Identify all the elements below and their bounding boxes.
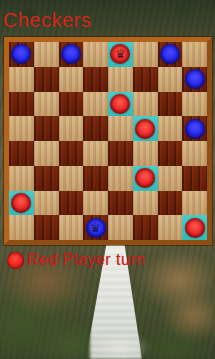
square-r0c2[interactable] [59,42,84,67]
square-r5c2[interactable] [59,166,84,191]
square-r0c3[interactable] [83,42,108,67]
square-r2c5[interactable] [133,92,158,117]
square-r6c7[interactable] [182,191,207,216]
square-r6c4[interactable] [108,191,133,216]
red-turn-icon [7,252,24,269]
square-r5c6[interactable] [158,166,183,191]
square-r2c1[interactable] [34,92,59,117]
square-r7c3[interactable]: ♛ [83,215,108,240]
square-r4c5[interactable] [133,141,158,166]
square-r4c2[interactable] [59,141,84,166]
square-r1c1[interactable] [34,67,59,92]
square-r7c4[interactable] [108,215,133,240]
waterfall-mist [80,330,160,359]
crown-icon: ♛ [115,48,126,60]
square-r3c1[interactable] [34,116,59,141]
square-r6c2[interactable] [59,191,84,216]
red-piece[interactable] [185,218,205,238]
square-r0c1[interactable] [34,42,59,67]
red-piece[interactable] [135,119,155,139]
square-r1c0[interactable] [9,67,34,92]
square-r4c7[interactable] [182,141,207,166]
square-r1c3[interactable] [83,67,108,92]
blue-piece[interactable] [185,69,205,89]
red-piece[interactable] [135,168,155,188]
square-r2c2[interactable] [59,92,84,117]
square-r1c5[interactable] [133,67,158,92]
square-r0c6[interactable] [158,42,183,67]
square-r2c3[interactable] [83,92,108,117]
square-r6c5[interactable] [133,191,158,216]
red-piece[interactable] [11,193,31,213]
square-r4c3[interactable] [83,141,108,166]
app-screen: Checkers ♛♛ Red Player turn [0,0,215,359]
square-r4c4[interactable] [108,141,133,166]
square-r5c4[interactable] [108,166,133,191]
blue-piece[interactable] [11,44,31,64]
square-r2c6[interactable] [158,92,183,117]
square-r7c6[interactable] [158,215,183,240]
square-r2c0[interactable] [9,92,34,117]
square-r0c4[interactable]: ♛ [108,42,133,67]
square-r1c6[interactable] [158,67,183,92]
square-r0c5[interactable] [133,42,158,67]
crown-icon: ♛ [90,221,101,233]
square-r7c0[interactable] [9,215,34,240]
square-r5c7[interactable] [182,166,207,191]
square-r0c0[interactable] [9,42,34,67]
turn-text: Red Player turn [27,251,146,269]
square-r3c0[interactable] [9,116,34,141]
red-piece[interactable] [110,94,130,114]
square-r6c1[interactable] [34,191,59,216]
blue-king-piece[interactable]: ♛ [86,218,106,238]
square-r3c2[interactable] [59,116,84,141]
square-r6c3[interactable] [83,191,108,216]
square-r7c7[interactable] [182,215,207,240]
square-r4c1[interactable] [34,141,59,166]
red-king-piece[interactable]: ♛ [110,44,130,64]
board: ♛♛ [4,37,212,245]
square-r7c1[interactable] [34,215,59,240]
square-r1c7[interactable] [182,67,207,92]
square-r0c7[interactable] [182,42,207,67]
blue-piece[interactable] [61,44,81,64]
blue-piece[interactable] [185,119,205,139]
square-r4c0[interactable] [9,141,34,166]
turn-indicator: Red Player turn [7,251,146,269]
square-r2c7[interactable] [182,92,207,117]
square-r1c2[interactable] [59,67,84,92]
blue-piece[interactable] [160,44,180,64]
square-r6c6[interactable] [158,191,183,216]
square-r7c2[interactable] [59,215,84,240]
square-r5c1[interactable] [34,166,59,191]
square-r7c5[interactable] [133,215,158,240]
square-r2c4[interactable] [108,92,133,117]
square-r4c6[interactable] [158,141,183,166]
square-r5c5[interactable] [133,166,158,191]
square-r3c5[interactable] [133,116,158,141]
square-r3c6[interactable] [158,116,183,141]
square-r3c7[interactable] [182,116,207,141]
square-r3c3[interactable] [83,116,108,141]
square-r5c3[interactable] [83,166,108,191]
square-r5c0[interactable] [9,166,34,191]
square-r3c4[interactable] [108,116,133,141]
square-r1c4[interactable] [108,67,133,92]
app-title: Checkers [3,8,91,32]
square-r6c0[interactable] [9,191,34,216]
